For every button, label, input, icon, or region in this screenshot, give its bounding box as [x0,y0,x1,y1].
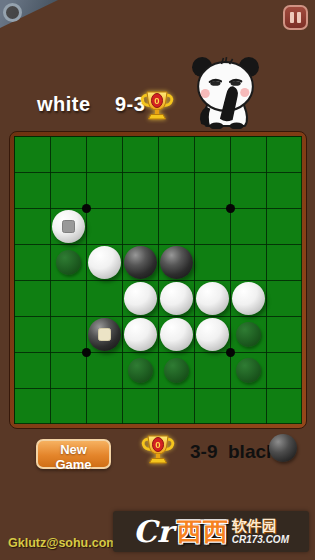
white-disc-c4 [88,246,121,279]
board-cell-e2[interactable] [158,172,194,208]
board-cell-f2[interactable] [194,172,230,208]
board-cell-h5[interactable] [266,280,302,316]
author-email: Gklutz@sohu.com [8,536,117,550]
board-cell-c4[interactable] [86,244,122,280]
board-cell-f5[interactable] [194,280,230,316]
board-cell-b1[interactable] [50,136,86,172]
white-disc-f5 [196,282,229,315]
star-point [82,348,91,357]
board-cell-h6[interactable] [266,316,302,352]
pause-icon [297,12,301,23]
board-grid [14,136,302,424]
last-move-marker [98,328,111,341]
star-point [226,204,235,213]
board-cell-h1[interactable] [266,136,302,172]
board-cell-g4[interactable] [230,244,266,280]
board-cell-a4[interactable] [14,244,50,280]
panda-avatar [189,56,262,129]
white-disc-g5 [232,282,265,315]
board-cell-d4[interactable] [122,244,158,280]
back-icon[interactable] [3,3,22,22]
board-cell-h3[interactable] [266,208,302,244]
white-disc-b3 [52,210,85,243]
white-disc-e6 [160,318,193,351]
board-cell-g7[interactable] [230,352,266,388]
board-cell-e7[interactable] [158,352,194,388]
board-cell-a8[interactable] [14,388,50,424]
board-cell-c3[interactable] [86,208,122,244]
white-disc-e5 [160,282,193,315]
new-game-button[interactable]: New Game [36,439,111,469]
board-cell-e8[interactable] [158,388,194,424]
board-frame [9,131,307,429]
board-cell-b2[interactable] [50,172,86,208]
board-cell-e3[interactable] [158,208,194,244]
game-screen: white 9-3 0 New Game [0,0,315,560]
board-cell-g6[interactable] [230,316,266,352]
board-cell-f6[interactable] [194,316,230,352]
white-disc-d5 [124,282,157,315]
board-cell-d8[interactable] [122,388,158,424]
watermark-cr-icon: Cr [133,517,173,547]
board-cell-a3[interactable] [14,208,50,244]
board-cell-d1[interactable] [122,136,158,172]
legal-move-hint-d7[interactable] [128,358,153,383]
board-cell-d7[interactable] [122,352,158,388]
board-cell-g5[interactable] [230,280,266,316]
white-trophy-icon: 0 [139,88,175,124]
board-cell-f8[interactable] [194,388,230,424]
board-cell-c7[interactable] [86,352,122,388]
board-cell-a5[interactable] [14,280,50,316]
board-cell-e4[interactable] [158,244,194,280]
board-cell-b6[interactable] [50,316,86,352]
board-cell-e6[interactable] [158,316,194,352]
board-cell-c2[interactable] [86,172,122,208]
watermark-brand-cn: 西西 [177,519,229,544]
board-cell-d2[interactable] [122,172,158,208]
board-cell-d6[interactable] [122,316,158,352]
board-cell-c5[interactable] [86,280,122,316]
black-trophy-count: 0 [155,439,160,450]
watermark-domain: CR173.COM [232,535,289,545]
black-disc-d4 [124,246,157,279]
white-player-label: white [37,93,91,116]
board-cell-d3[interactable] [122,208,158,244]
star-point [226,348,235,357]
black-score: 3-9 [190,441,217,463]
pause-icon [290,12,294,23]
board-cell-g8[interactable] [230,388,266,424]
board-cell-h4[interactable] [266,244,302,280]
board-cell-h7[interactable] [266,352,302,388]
white-disc-d6 [124,318,157,351]
board-cell-f7[interactable] [194,352,230,388]
board-cell-b3[interactable] [50,208,86,244]
board-cell-e5[interactable] [158,280,194,316]
board-cell-a6[interactable] [14,316,50,352]
pause-button[interactable] [283,5,308,30]
black-disc-c6 [88,318,121,351]
board-cell-g1[interactable] [230,136,266,172]
legal-move-hint-e7[interactable] [164,358,189,383]
last-move-marker [62,220,75,233]
board-cell-d5[interactable] [122,280,158,316]
board-cell-b7[interactable] [50,352,86,388]
board-cell-c8[interactable] [86,388,122,424]
board-cell-f3[interactable] [194,208,230,244]
legal-move-hint-b4[interactable] [56,250,81,275]
white-disc-f6 [196,318,229,351]
watermark-logo: Cr 西西 软件园 CR173.COM [113,511,309,552]
board-cell-a7[interactable] [14,352,50,388]
board-cell-b5[interactable] [50,280,86,316]
board-cell-g2[interactable] [230,172,266,208]
board-cell-e1[interactable] [158,136,194,172]
watermark-brand-suffix: 软件园 [232,518,277,533]
board-cell-a1[interactable] [14,136,50,172]
black-stone-icon [269,434,297,462]
legal-move-hint-g7[interactable] [236,358,261,383]
board-cell-f1[interactable] [194,136,230,172]
board-cell-a2[interactable] [14,172,50,208]
board-cell-c6[interactable] [86,316,122,352]
white-trophy-count: 0 [154,95,159,106]
board-cell-g3[interactable] [230,208,266,244]
board-cell-b4[interactable] [50,244,86,280]
star-point [82,204,91,213]
board-cell-f4[interactable] [194,244,230,280]
legal-move-hint-g6[interactable] [236,322,261,347]
black-trophy-icon: 0 [140,432,176,468]
board-cell-h2[interactable] [266,172,302,208]
board-cell-b8[interactable] [50,388,86,424]
black-disc-e4 [160,246,193,279]
board-cell-h8[interactable] [266,388,302,424]
board-cell-c1[interactable] [86,136,122,172]
